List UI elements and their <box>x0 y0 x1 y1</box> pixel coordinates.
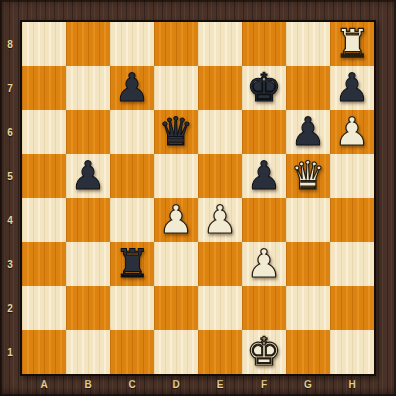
file-label-a: A <box>22 375 66 394</box>
square-d3[interactable] <box>154 242 198 286</box>
square-f5[interactable]: ♟ <box>242 154 286 198</box>
piece-black-rook[interactable]: ♜ <box>115 242 150 286</box>
square-e2[interactable] <box>198 286 242 330</box>
square-d2[interactable] <box>154 286 198 330</box>
square-a7[interactable] <box>22 66 66 110</box>
piece-black-queen[interactable]: ♛ <box>159 110 194 154</box>
square-b4[interactable] <box>66 198 110 242</box>
piece-black-pawn[interactable]: ♟ <box>71 154 106 198</box>
chess-app: 87654321ABCDEFGH ♜♟♚♟♛♟♟♟♟♛♟♟♜♟♚ <box>0 0 396 396</box>
square-h7[interactable]: ♟ <box>330 66 374 110</box>
file-label-e: E <box>198 375 242 394</box>
file-label-h: H <box>330 375 374 394</box>
square-a1[interactable] <box>22 330 66 374</box>
square-g5[interactable]: ♛ <box>286 154 330 198</box>
piece-white-pawn[interactable]: ♟ <box>247 242 282 286</box>
piece-black-pawn[interactable]: ♟ <box>247 154 282 198</box>
square-c2[interactable] <box>110 286 154 330</box>
chess-board: ♜♟♚♟♛♟♟♟♟♛♟♟♜♟♚ <box>20 20 376 376</box>
rank-label-2: 2 <box>0 286 20 330</box>
square-c3[interactable]: ♜ <box>110 242 154 286</box>
piece-white-pawn[interactable]: ♟ <box>159 198 194 242</box>
rank-label-7: 7 <box>0 66 20 110</box>
square-a6[interactable] <box>22 110 66 154</box>
square-h2[interactable] <box>330 286 374 330</box>
square-b7[interactable] <box>66 66 110 110</box>
piece-black-king[interactable]: ♚ <box>247 66 282 110</box>
square-d6[interactable]: ♛ <box>154 110 198 154</box>
square-c6[interactable] <box>110 110 154 154</box>
square-a3[interactable] <box>22 242 66 286</box>
file-label-b: B <box>66 375 110 394</box>
file-label-f: F <box>242 375 286 394</box>
square-f6[interactable] <box>242 110 286 154</box>
rank-label-8: 8 <box>0 22 20 66</box>
square-g1[interactable] <box>286 330 330 374</box>
file-label-d: D <box>154 375 198 394</box>
piece-white-queen[interactable]: ♛ <box>291 154 326 198</box>
square-b2[interactable] <box>66 286 110 330</box>
square-b3[interactable] <box>66 242 110 286</box>
square-b8[interactable] <box>66 22 110 66</box>
square-e3[interactable] <box>198 242 242 286</box>
rank-label-3: 3 <box>0 242 20 286</box>
piece-white-pawn[interactable]: ♟ <box>203 198 238 242</box>
square-c8[interactable] <box>110 22 154 66</box>
rank-label-4: 4 <box>0 198 20 242</box>
square-g3[interactable] <box>286 242 330 286</box>
square-d4[interactable]: ♟ <box>154 198 198 242</box>
square-h5[interactable] <box>330 154 374 198</box>
piece-white-rook[interactable]: ♜ <box>335 22 370 66</box>
rank-label-1: 1 <box>0 330 20 374</box>
square-e5[interactable] <box>198 154 242 198</box>
square-a8[interactable] <box>22 22 66 66</box>
piece-white-pawn[interactable]: ♟ <box>335 110 370 154</box>
square-g8[interactable] <box>286 22 330 66</box>
square-b1[interactable] <box>66 330 110 374</box>
square-f8[interactable] <box>242 22 286 66</box>
square-e6[interactable] <box>198 110 242 154</box>
piece-black-pawn[interactable]: ♟ <box>291 110 326 154</box>
square-g7[interactable] <box>286 66 330 110</box>
square-a4[interactable] <box>22 198 66 242</box>
file-label-g: G <box>286 375 330 394</box>
piece-white-king[interactable]: ♚ <box>247 330 282 374</box>
rank-label-5: 5 <box>0 154 20 198</box>
square-h8[interactable]: ♜ <box>330 22 374 66</box>
square-d1[interactable] <box>154 330 198 374</box>
rank-label-6: 6 <box>0 110 20 154</box>
square-g6[interactable]: ♟ <box>286 110 330 154</box>
square-g4[interactable] <box>286 198 330 242</box>
square-f1[interactable]: ♚ <box>242 330 286 374</box>
square-b6[interactable] <box>66 110 110 154</box>
square-a2[interactable] <box>22 286 66 330</box>
square-e7[interactable] <box>198 66 242 110</box>
square-e1[interactable] <box>198 330 242 374</box>
file-label-c: C <box>110 375 154 394</box>
square-f7[interactable]: ♚ <box>242 66 286 110</box>
square-h6[interactable]: ♟ <box>330 110 374 154</box>
square-e8[interactable] <box>198 22 242 66</box>
square-e4[interactable]: ♟ <box>198 198 242 242</box>
square-d8[interactable] <box>154 22 198 66</box>
square-d5[interactable] <box>154 154 198 198</box>
square-d7[interactable] <box>154 66 198 110</box>
square-c1[interactable] <box>110 330 154 374</box>
piece-black-pawn[interactable]: ♟ <box>335 66 370 110</box>
square-b5[interactable]: ♟ <box>66 154 110 198</box>
piece-black-pawn[interactable]: ♟ <box>115 66 150 110</box>
square-h3[interactable] <box>330 242 374 286</box>
square-g2[interactable] <box>286 286 330 330</box>
square-h1[interactable] <box>330 330 374 374</box>
square-a5[interactable] <box>22 154 66 198</box>
square-f3[interactable]: ♟ <box>242 242 286 286</box>
square-h4[interactable] <box>330 198 374 242</box>
square-f4[interactable] <box>242 198 286 242</box>
square-c5[interactable] <box>110 154 154 198</box>
square-f2[interactable] <box>242 286 286 330</box>
square-c7[interactable]: ♟ <box>110 66 154 110</box>
square-c4[interactable] <box>110 198 154 242</box>
